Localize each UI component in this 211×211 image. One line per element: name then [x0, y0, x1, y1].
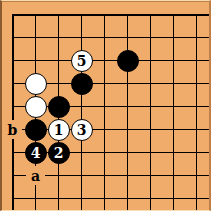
board-grid: ab12345 [1, 3, 208, 210]
point-label-a: a [26, 166, 45, 185]
stone-black [117, 50, 139, 72]
stone-black-4: 4 [25, 142, 47, 164]
stone-black [25, 119, 47, 141]
stone-white-5: 5 [71, 50, 93, 72]
point-label-b: b [3, 120, 22, 139]
stone-white [25, 96, 47, 118]
stone-white [25, 73, 47, 95]
stone-white-3: 3 [71, 119, 93, 141]
stone-black [48, 96, 70, 118]
stone-white-1: 1 [48, 119, 70, 141]
stone-black [71, 73, 93, 95]
stone-black-2: 2 [48, 142, 70, 164]
go-board-diagram: ab12345 [0, 0, 211, 211]
